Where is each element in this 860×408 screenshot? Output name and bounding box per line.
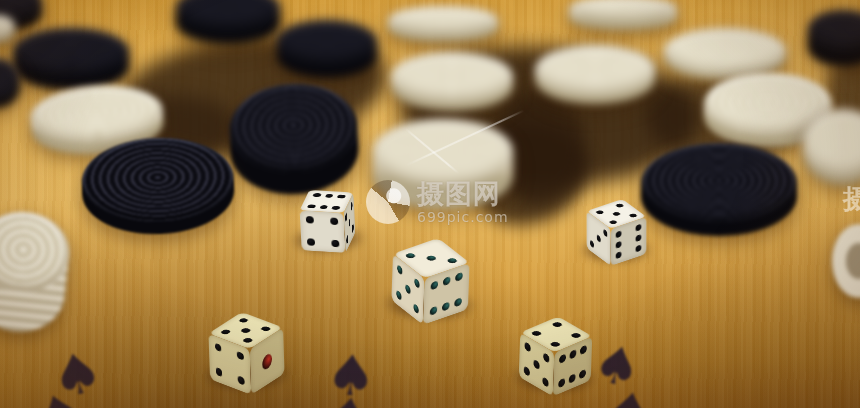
die-pip [455,271,463,282]
die-pip [261,351,271,371]
die-pip [615,230,621,238]
die-cube [300,209,354,232]
die-pip [237,350,244,360]
die-pip [596,233,600,242]
die-pip [346,234,348,244]
white-checker [0,208,73,337]
die-pip [307,238,315,245]
black-checker [808,10,860,66]
die-pip [635,233,641,241]
black-checker [176,0,280,44]
die-pip [219,329,232,335]
die-pip [324,193,333,197]
black-checker [0,58,20,108]
die-pip [396,289,402,301]
white-checker [569,0,677,30]
watermark-text-block: 摄图网 699pic.com [417,180,509,224]
die-pip [558,377,565,387]
die-pip [306,216,314,223]
die-face [299,210,345,253]
die-pip [215,367,222,377]
die-pip [635,244,641,252]
checker-top-face [832,224,860,298]
die-pip [523,365,529,376]
die-pip [595,209,605,214]
die-cube [586,217,646,247]
checker-top-face [641,143,797,223]
watermark-camera-logo-icon [366,180,410,224]
checker-top-face [391,52,513,102]
die-pip [259,325,272,331]
die-pip [543,352,549,363]
die-pip [524,341,530,352]
die-pip [429,305,437,316]
die-pip [424,254,437,261]
die-pip [413,302,419,314]
die-pip [615,240,621,248]
die-pip [615,250,621,258]
die-pip [241,337,254,343]
die-pip [559,353,566,363]
white-checker [391,52,513,111]
die-pip [237,375,244,385]
black-checker [80,135,235,236]
checker-top-face [13,28,129,76]
spade-decoration: ♠ [323,389,374,408]
die-cube [392,261,469,301]
die-pip [351,223,353,233]
black-checker [641,143,797,236]
die-pip [580,344,587,354]
black-checker [227,81,361,198]
die-pip [396,263,402,275]
white-checker [388,6,498,42]
die-pip [403,252,416,259]
checker-top-face [388,6,498,34]
die-pip [608,219,618,224]
die-pip [307,204,316,208]
die-pip [611,211,621,216]
die-pip [441,301,449,312]
die-pip [551,321,563,327]
die-pip [405,283,411,295]
watermark-site-url: 699pic.com [417,210,509,224]
die-pip [330,217,338,224]
spade-decoration: ♠ [600,382,659,408]
die-pip [569,332,581,338]
watermark-partial-right-edge: 摄图网 [843,181,860,217]
die-pip [442,275,450,286]
die-pip [533,359,539,370]
white-checker [832,224,860,298]
die-pip [549,341,561,347]
die-cube [519,338,591,374]
checker-top-face [373,119,513,185]
die-pip [530,330,542,336]
die-pip [331,239,339,246]
die-pip [237,317,250,323]
die-pip [336,194,345,198]
die-pip [319,205,328,209]
checker-top-face [277,20,377,64]
die-pip [331,205,340,209]
die-pip [350,201,352,211]
die-pip [414,277,420,289]
die-pip [430,280,438,291]
die-pip [214,342,221,352]
checker-top-face [535,45,655,95]
white-checker [535,45,655,104]
die-pip [454,297,462,308]
die-pip [542,376,548,387]
die-pip [345,212,347,222]
die-cube [209,334,284,371]
white-checker [803,109,860,185]
black-checker [13,28,129,90]
die-pip [590,239,594,248]
die-pip [627,212,637,217]
die-pip [569,349,576,359]
die-pip [312,193,321,197]
die-pip [348,217,350,227]
die-pip [239,327,252,333]
black-checker [277,20,377,78]
checker-top-face [664,28,786,74]
photo-stage: ♠♠♠♠♠♠ 摄图网 699pic.com 摄图网 [0,0,860,408]
die-pip [614,203,624,208]
watermark-site-name: 摄图网 [417,180,509,207]
die-pip [579,368,586,378]
die-pip [635,223,641,231]
die-pip [568,373,575,383]
die-pip [445,257,458,264]
die-pip [603,228,607,237]
watermark: 摄图网 699pic.com [366,180,509,224]
